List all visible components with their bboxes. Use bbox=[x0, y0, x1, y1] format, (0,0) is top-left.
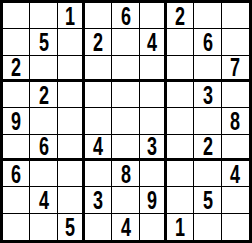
cell-r7c8[interactable] bbox=[194, 161, 221, 187]
cell-r3c2[interactable] bbox=[30, 56, 57, 82]
cell-r9c7[interactable]: 1 bbox=[167, 214, 194, 240]
given-digit: 6 bbox=[38, 135, 48, 160]
given-digit: 4 bbox=[38, 187, 48, 213]
cell-r2c6[interactable]: 4 bbox=[140, 29, 167, 55]
cell-r3c8[interactable] bbox=[194, 56, 221, 82]
given-digit: 1 bbox=[65, 3, 75, 29]
cell-r4c1[interactable] bbox=[3, 82, 30, 108]
cell-r8c7[interactable] bbox=[167, 187, 194, 213]
cell-r8c3[interactable] bbox=[58, 187, 85, 213]
given-digit: 2 bbox=[93, 29, 103, 55]
cell-r8c8[interactable]: 5 bbox=[194, 187, 221, 213]
cell-r9c1[interactable] bbox=[3, 214, 30, 240]
cell-r6c3[interactable] bbox=[58, 135, 85, 161]
cell-r9c3[interactable]: 5 bbox=[58, 214, 85, 240]
given-digit: 3 bbox=[202, 82, 212, 108]
given-digit: 7 bbox=[230, 56, 240, 81]
cell-r1c1[interactable] bbox=[3, 3, 30, 29]
cell-r2c7[interactable] bbox=[167, 29, 194, 55]
cell-r6c1[interactable] bbox=[3, 135, 30, 161]
cell-r4c7[interactable] bbox=[167, 82, 194, 108]
cell-r7c1[interactable]: 6 bbox=[3, 161, 30, 187]
cell-r6c8[interactable]: 2 bbox=[194, 135, 221, 161]
cell-r4c5[interactable] bbox=[112, 82, 139, 108]
cell-r9c9[interactable] bbox=[222, 214, 249, 240]
cell-r2c4[interactable]: 2 bbox=[85, 29, 112, 55]
cell-r2c2[interactable]: 5 bbox=[30, 29, 57, 55]
given-digit: 3 bbox=[93, 187, 103, 213]
cell-r3c6[interactable] bbox=[140, 56, 167, 82]
cell-r5c4[interactable] bbox=[85, 108, 112, 134]
cell-r3c1[interactable]: 2 bbox=[3, 56, 30, 82]
cell-r9c5[interactable]: 4 bbox=[112, 214, 139, 240]
cell-r9c8[interactable] bbox=[194, 214, 221, 240]
given-digit: 9 bbox=[147, 187, 157, 213]
given-digit: 4 bbox=[230, 161, 240, 187]
cell-r1c9[interactable] bbox=[222, 3, 249, 29]
cell-r7c6[interactable] bbox=[140, 161, 167, 187]
cell-r5c9[interactable]: 8 bbox=[222, 108, 249, 134]
cell-r3c7[interactable] bbox=[167, 56, 194, 82]
cell-r5c1[interactable]: 9 bbox=[3, 108, 30, 134]
cell-r9c2[interactable] bbox=[30, 214, 57, 240]
cell-r1c7[interactable]: 2 bbox=[167, 3, 194, 29]
cell-r6c4[interactable]: 4 bbox=[85, 135, 112, 161]
cell-r8c4[interactable]: 3 bbox=[85, 187, 112, 213]
cell-r2c5[interactable] bbox=[112, 29, 139, 55]
given-digit: 2 bbox=[202, 135, 212, 160]
given-digit: 5 bbox=[202, 187, 212, 213]
cell-r5c3[interactable] bbox=[58, 108, 85, 134]
given-digit: 9 bbox=[11, 108, 21, 134]
given-digit: 3 bbox=[147, 135, 157, 160]
cell-r4c4[interactable] bbox=[85, 82, 112, 108]
cell-r1c3[interactable]: 1 bbox=[58, 3, 85, 29]
cell-r4c9[interactable] bbox=[222, 82, 249, 108]
given-digit: 2 bbox=[11, 56, 21, 81]
cell-r4c6[interactable] bbox=[140, 82, 167, 108]
cell-r2c1[interactable] bbox=[3, 29, 30, 55]
given-digit: 8 bbox=[120, 161, 130, 187]
given-digit: 6 bbox=[120, 3, 130, 29]
cell-r7c2[interactable] bbox=[30, 161, 57, 187]
cell-r7c4[interactable] bbox=[85, 161, 112, 187]
cell-r6c6[interactable]: 3 bbox=[140, 135, 167, 161]
cell-r5c7[interactable] bbox=[167, 108, 194, 134]
cell-r3c5[interactable] bbox=[112, 56, 139, 82]
cell-r1c8[interactable] bbox=[194, 3, 221, 29]
cell-r8c6[interactable]: 9 bbox=[140, 187, 167, 213]
cell-r8c9[interactable] bbox=[222, 187, 249, 213]
given-digit: 4 bbox=[147, 29, 157, 55]
cell-r4c2[interactable]: 2 bbox=[30, 82, 57, 108]
cell-r4c3[interactable] bbox=[58, 82, 85, 108]
cell-r7c5[interactable]: 8 bbox=[112, 161, 139, 187]
cell-r5c2[interactable] bbox=[30, 108, 57, 134]
cell-r5c8[interactable] bbox=[194, 108, 221, 134]
cell-r8c1[interactable] bbox=[3, 187, 30, 213]
cell-r2c8[interactable]: 6 bbox=[194, 29, 221, 55]
cell-r5c6[interactable] bbox=[140, 108, 167, 134]
given-digit: 6 bbox=[202, 29, 212, 55]
given-digit: 5 bbox=[65, 214, 75, 240]
given-digit: 4 bbox=[120, 214, 130, 240]
given-digit: 2 bbox=[38, 82, 48, 108]
cell-r1c4[interactable] bbox=[85, 3, 112, 29]
cell-r6c2[interactable]: 6 bbox=[30, 135, 57, 161]
cell-r3c4[interactable] bbox=[85, 56, 112, 82]
given-digit: 6 bbox=[11, 161, 21, 187]
cell-r3c9[interactable]: 7 bbox=[222, 56, 249, 82]
cell-r2c3[interactable] bbox=[58, 29, 85, 55]
cell-r5c5[interactable] bbox=[112, 108, 139, 134]
sudoku-board: 162524627239864326844395541 bbox=[0, 0, 252, 243]
given-digit: 1 bbox=[175, 214, 185, 240]
cell-r6c5[interactable] bbox=[112, 135, 139, 161]
cell-r9c6[interactable] bbox=[140, 214, 167, 240]
given-digit: 5 bbox=[38, 29, 48, 55]
cell-r7c3[interactable] bbox=[58, 161, 85, 187]
given-digit: 4 bbox=[93, 135, 103, 160]
cell-r3c3[interactable] bbox=[58, 56, 85, 82]
cell-r7c9[interactable]: 4 bbox=[222, 161, 249, 187]
given-digit: 2 bbox=[175, 3, 185, 29]
cell-r7c7[interactable] bbox=[167, 161, 194, 187]
cell-r2c9[interactable] bbox=[222, 29, 249, 55]
cell-r8c2[interactable]: 4 bbox=[30, 187, 57, 213]
cell-r9c4[interactable] bbox=[85, 214, 112, 240]
cell-r6c9[interactable] bbox=[222, 135, 249, 161]
cell-r4c8[interactable]: 3 bbox=[194, 82, 221, 108]
cell-r6c7[interactable] bbox=[167, 135, 194, 161]
cell-r1c5[interactable]: 6 bbox=[112, 3, 139, 29]
cell-r1c6[interactable] bbox=[140, 3, 167, 29]
cell-r1c2[interactable] bbox=[30, 3, 57, 29]
given-digit: 8 bbox=[230, 108, 240, 134]
cell-r8c5[interactable] bbox=[112, 187, 139, 213]
